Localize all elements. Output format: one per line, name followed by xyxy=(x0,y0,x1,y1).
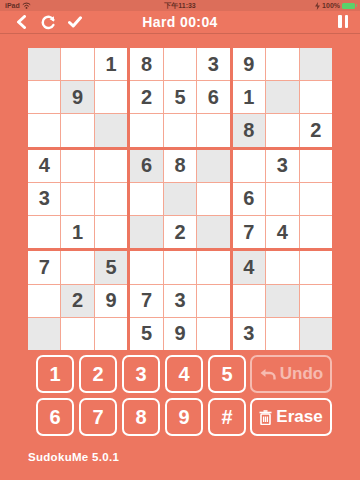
sudoku-cell-r4c2[interactable] xyxy=(61,150,93,182)
battery-icon xyxy=(342,3,355,9)
status-left: iPad xyxy=(5,2,31,9)
sudoku-cell-r8c4[interactable]: 7 xyxy=(130,285,162,317)
sudoku-cell-r9c7[interactable]: 3 xyxy=(233,318,265,350)
back-button[interactable] xyxy=(13,14,29,30)
sudoku-box-9: 43 xyxy=(233,251,332,350)
sudoku-cell-r3c3[interactable] xyxy=(95,114,127,146)
sudoku-cell-r3c2[interactable] xyxy=(61,114,93,146)
sudoku-cell-r7c2[interactable] xyxy=(61,251,93,283)
sudoku-cell-r1c8[interactable] xyxy=(266,48,298,80)
erase-button[interactable]: Erase xyxy=(250,398,332,436)
sudoku-cell-r6c7[interactable]: 7 xyxy=(233,216,265,248)
sudoku-cell-r5c8[interactable] xyxy=(266,183,298,215)
undo-button[interactable]: Undo xyxy=(250,355,332,393)
sudoku-cell-r8c7[interactable] xyxy=(233,285,265,317)
restart-button[interactable] xyxy=(40,14,56,30)
numpad-row-1: 12345 xyxy=(36,355,246,393)
sudoku-box-2: 83256 xyxy=(130,48,229,147)
numpad-button-#[interactable]: # xyxy=(208,398,246,436)
sudoku-cell-r2c3[interactable] xyxy=(95,81,127,113)
restart-arrow-icon xyxy=(41,15,56,30)
sudoku-cell-r8c8[interactable] xyxy=(266,285,298,317)
sudoku-cell-r9c6[interactable] xyxy=(197,318,229,350)
sudoku-cell-r4c9[interactable] xyxy=(300,150,332,182)
sudoku-cell-r3c9[interactable]: 2 xyxy=(300,114,332,146)
sudoku-cell-r8c5[interactable]: 3 xyxy=(164,285,196,317)
sudoku-cell-r2c2[interactable]: 9 xyxy=(61,81,93,113)
sudoku-cell-r5c1[interactable]: 3 xyxy=(28,183,60,215)
sudoku-cell-r6c6[interactable] xyxy=(197,216,229,248)
sudoku-cell-r9c9[interactable] xyxy=(300,318,332,350)
check-button[interactable] xyxy=(67,14,83,30)
numpad-button-2[interactable]: 2 xyxy=(79,355,117,393)
sudoku-cell-r5c3[interactable] xyxy=(95,183,127,215)
sudoku-cell-r8c3[interactable]: 9 xyxy=(95,285,127,317)
sudoku-cell-r7c4[interactable] xyxy=(130,251,162,283)
sudoku-cell-r9c3[interactable] xyxy=(95,318,127,350)
sudoku-cell-r5c5[interactable] xyxy=(164,183,196,215)
sudoku-cell-r9c1[interactable] xyxy=(28,318,60,350)
chevron-left-icon xyxy=(16,15,27,29)
pause-button[interactable] xyxy=(338,15,348,29)
sudoku-cell-r1c4[interactable]: 8 xyxy=(130,48,162,80)
sudoku-cell-r1c7[interactable]: 9 xyxy=(233,48,265,80)
sudoku-box-7: 7529 xyxy=(28,251,127,350)
charging-bolt-icon xyxy=(315,2,320,10)
sudoku-cell-r1c5[interactable] xyxy=(164,48,196,80)
numpad-button-3[interactable]: 3 xyxy=(122,355,160,393)
sudoku-cell-r9c8[interactable] xyxy=(266,318,298,350)
sudoku-cell-r3c8[interactable] xyxy=(266,114,298,146)
sudoku-cell-r5c2[interactable] xyxy=(61,183,93,215)
sudoku-cell-r1c1[interactable] xyxy=(28,48,60,80)
sudoku-cell-r7c5[interactable] xyxy=(164,251,196,283)
sudoku-cell-r5c6[interactable] xyxy=(197,183,229,215)
sudoku-cell-r6c2[interactable]: 1 xyxy=(61,216,93,248)
undo-arrow-icon xyxy=(259,368,276,381)
sudoku-board: 1983256918243168236747529735943 xyxy=(28,48,332,350)
sudoku-box-4: 431 xyxy=(28,150,127,249)
numpad-button-1[interactable]: 1 xyxy=(36,355,74,393)
numpad-button-4[interactable]: 4 xyxy=(165,355,203,393)
sudoku-cell-r6c3[interactable] xyxy=(95,216,127,248)
erase-label: Erase xyxy=(276,407,322,427)
sudoku-cell-r4c7[interactable] xyxy=(233,150,265,182)
sudoku-cell-r6c8[interactable]: 4 xyxy=(266,216,298,248)
sudoku-cell-r8c2[interactable]: 2 xyxy=(61,285,93,317)
sudoku-cell-r6c4[interactable] xyxy=(130,216,162,248)
trash-icon xyxy=(259,410,272,425)
checkmark-icon xyxy=(68,16,82,28)
sudoku-cell-r8c6[interactable] xyxy=(197,285,229,317)
wifi-icon xyxy=(22,2,31,9)
sudoku-cell-r6c9[interactable] xyxy=(300,216,332,248)
sudoku-cell-r2c9[interactable] xyxy=(300,81,332,113)
sudoku-cell-r9c4[interactable]: 5 xyxy=(130,318,162,350)
sudoku-cell-r4c8[interactable]: 3 xyxy=(266,150,298,182)
sudoku-cell-r4c4[interactable]: 6 xyxy=(130,150,162,182)
sudoku-cell-r5c9[interactable] xyxy=(300,183,332,215)
sudoku-app-screen: iPad 下午11:33 100% xyxy=(0,0,360,480)
sudoku-box-1: 19 xyxy=(28,48,127,147)
sudoku-cell-r1c3[interactable]: 1 xyxy=(95,48,127,80)
sudoku-cell-r2c7[interactable]: 1 xyxy=(233,81,265,113)
sudoku-cell-r4c1[interactable]: 4 xyxy=(28,150,60,182)
undo-label: Undo xyxy=(280,364,323,384)
sudoku-cell-r2c6[interactable]: 6 xyxy=(197,81,229,113)
numpad-button-9[interactable]: 9 xyxy=(165,398,203,436)
sudoku-cell-r8c1[interactable] xyxy=(28,285,60,317)
sudoku-cell-r1c9[interactable] xyxy=(300,48,332,80)
sudoku-cell-r7c1[interactable]: 7 xyxy=(28,251,60,283)
battery-percent: 100% xyxy=(322,2,340,9)
carrier-label: iPad xyxy=(5,2,20,9)
sudoku-cell-r3c1[interactable] xyxy=(28,114,60,146)
sudoku-cell-r1c2[interactable] xyxy=(61,48,93,80)
status-right: 100% xyxy=(315,2,355,10)
status-bar: iPad 下午11:33 100% xyxy=(0,0,360,11)
pause-icon xyxy=(338,15,342,28)
sudoku-box-6: 3674 xyxy=(233,150,332,249)
numpad-button-7[interactable]: 7 xyxy=(79,398,117,436)
sudoku-cell-r3c5[interactable] xyxy=(164,114,196,146)
sudoku-cell-r4c3[interactable] xyxy=(95,150,127,182)
clock: 下午11:33 xyxy=(0,1,360,11)
sudoku-cell-r2c5[interactable]: 5 xyxy=(164,81,196,113)
numpad-button-6[interactable]: 6 xyxy=(36,398,74,436)
sudoku-cell-r3c4[interactable] xyxy=(130,114,162,146)
sudoku-cell-r7c9[interactable] xyxy=(300,251,332,283)
sudoku-cell-r7c6[interactable] xyxy=(197,251,229,283)
sudoku-cell-r1c6[interactable]: 3 xyxy=(197,48,229,80)
sudoku-cell-r2c1[interactable] xyxy=(28,81,60,113)
sudoku-cell-r7c3[interactable]: 5 xyxy=(95,251,127,283)
app-version-label: SudokuMe 5.0.1 xyxy=(28,451,119,463)
sudoku-cell-r3c6[interactable] xyxy=(197,114,229,146)
sudoku-cell-r2c4[interactable]: 2 xyxy=(130,81,162,113)
sudoku-cell-r9c5[interactable]: 9 xyxy=(164,318,196,350)
sudoku-cell-r3c7[interactable]: 8 xyxy=(233,114,265,146)
sudoku-box-3: 9182 xyxy=(233,48,332,147)
sudoku-cell-r8c9[interactable] xyxy=(300,285,332,317)
sudoku-cell-r9c2[interactable] xyxy=(61,318,93,350)
sudoku-cell-r6c5[interactable]: 2 xyxy=(164,216,196,248)
sudoku-box-8: 7359 xyxy=(130,251,229,350)
sudoku-box-5: 682 xyxy=(130,150,229,249)
nav-bar: Hard 00:04 xyxy=(0,11,360,34)
sudoku-cell-r7c8[interactable] xyxy=(266,251,298,283)
sudoku-cell-r2c8[interactable] xyxy=(266,81,298,113)
sudoku-cell-r4c6[interactable] xyxy=(197,150,229,182)
sudoku-cell-r6c1[interactable] xyxy=(28,216,60,248)
sudoku-cell-r4c5[interactable]: 8 xyxy=(164,150,196,182)
sudoku-cell-r5c7[interactable]: 6 xyxy=(233,183,265,215)
sudoku-cell-r5c4[interactable] xyxy=(130,183,162,215)
numpad-row-2: 6789# xyxy=(36,398,246,436)
numpad-button-8[interactable]: 8 xyxy=(122,398,160,436)
sudoku-cell-r7c7[interactable]: 4 xyxy=(233,251,265,283)
numpad-button-5[interactable]: 5 xyxy=(208,355,246,393)
